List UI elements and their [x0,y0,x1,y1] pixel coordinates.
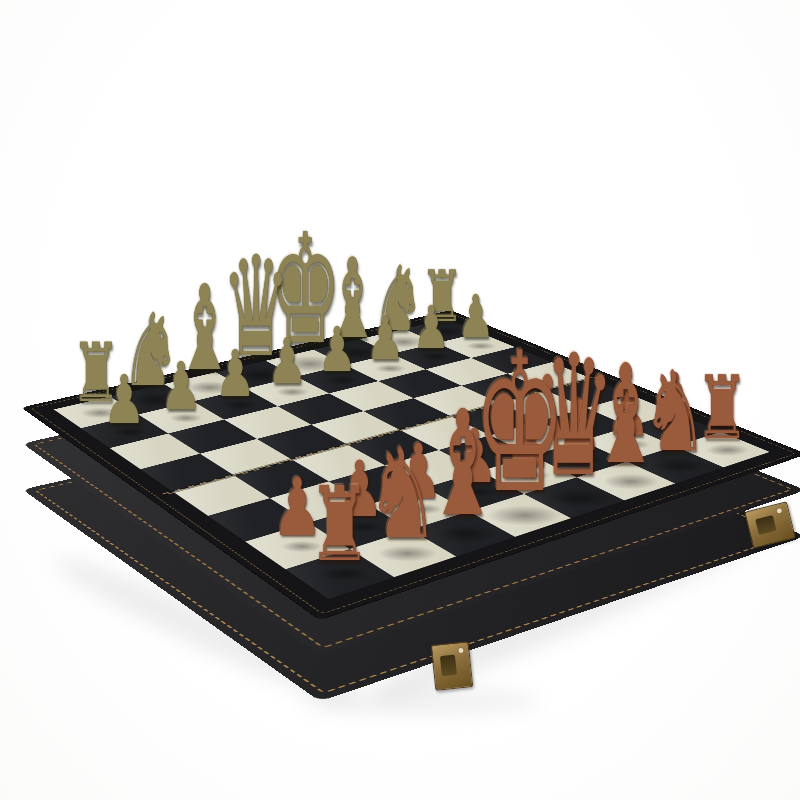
piece-bronze-pawn[interactable]: ♟ [160,353,202,419]
chess-set-product-photo: ♜♞♝♛♚♝♞♜♟♟♟♟♟♟♟♟♟♟♟♟♟♟♟♟♜♞♝♚♛♝♞♜ [0,0,800,800]
piece-bronze-pawn[interactable]: ♟ [317,319,356,381]
piece-bronze-pawn[interactable]: ♟ [267,330,307,393]
clasp-screw [458,648,463,653]
piece-bronze-pawn[interactable]: ♟ [413,299,451,358]
clasp-screw [777,508,783,514]
clasp-icon [431,641,474,691]
piece-bronze-pawn[interactable]: ♟ [215,341,256,405]
piece-copper-rook[interactable]: ♜ [308,473,372,576]
piece-copper-knight[interactable]: ♞ [365,431,439,556]
clasp-notch [440,655,457,676]
clasp-notch [756,515,777,535]
piece-bronze-pawn[interactable]: ♟ [103,366,146,433]
piece-bronze-pawn[interactable]: ♟ [366,309,405,369]
